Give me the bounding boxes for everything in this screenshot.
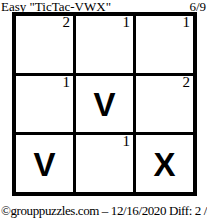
cell-r2c3[interactable]: 2 [136, 76, 193, 133]
cell-clue: 1 [63, 75, 71, 90]
cell-r1c3[interactable]: 1 [136, 16, 193, 73]
cell-r3c3[interactable]: X [136, 135, 193, 192]
cell-letter: X [153, 148, 175, 181]
cell-clue: 1 [183, 15, 191, 30]
tictac-board: 2 1 1 1 V 2 V 1 [12, 12, 197, 196]
cell-letter: V [33, 148, 55, 181]
cell-letter: V [93, 88, 115, 121]
cell-clue: 1 [123, 134, 131, 149]
cell-r2c2[interactable]: V [76, 76, 133, 133]
puzzle-page: Easy "TicTac-VWX" 6/9 2 1 1 1 V 2 [0, 0, 207, 220]
copyright-footer: ©grouppuzzles.com – 12/16/2020 Diff: 2 /… [1, 204, 207, 218]
cell-r1c2[interactable]: 1 [76, 16, 133, 73]
cell-r3c1[interactable]: V [16, 135, 73, 192]
cell-r3c2[interactable]: 1 [76, 135, 133, 192]
cell-clue: 2 [183, 75, 191, 90]
cell-r2c1[interactable]: 1 [16, 76, 73, 133]
cell-clue: 1 [123, 15, 131, 30]
cell-clue: 2 [63, 15, 71, 30]
cell-r1c1[interactable]: 2 [16, 16, 73, 73]
